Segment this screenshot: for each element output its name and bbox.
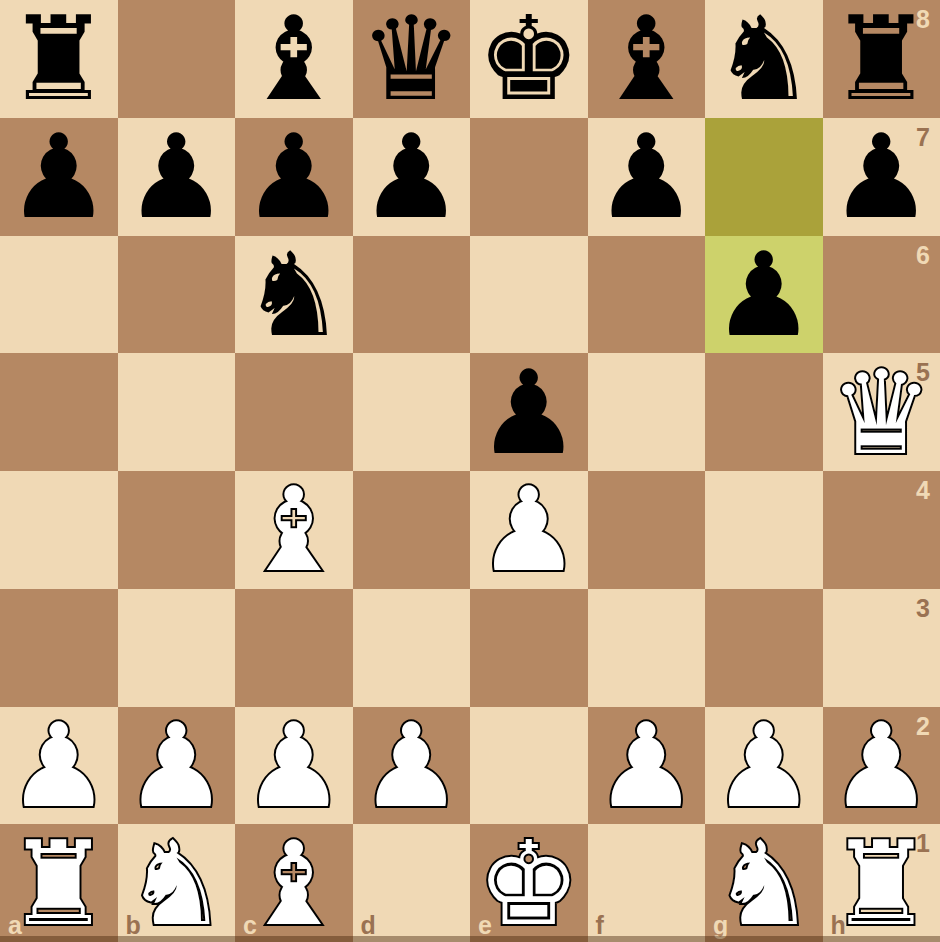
white-king-piece[interactable]: ♚ — [477, 825, 581, 942]
white-bishop-piece[interactable]: ♝ — [242, 825, 346, 942]
square-c6[interactable]: ♞ — [235, 236, 353, 354]
square-e1[interactable]: ♚e — [470, 824, 588, 942]
square-h8[interactable]: ♜8 — [823, 0, 940, 118]
square-a4[interactable] — [0, 471, 118, 589]
square-f5[interactable] — [588, 353, 706, 471]
square-a5[interactable] — [0, 353, 118, 471]
square-h3[interactable]: 3 — [823, 589, 940, 707]
square-a1[interactable]: ♜a — [0, 824, 118, 942]
rank-label-8: 8 — [916, 7, 930, 32]
white-pawn-piece[interactable]: ♟ — [124, 707, 228, 824]
black-knight-piece[interactable]: ♞ — [712, 0, 816, 117]
black-bishop-piece[interactable]: ♝ — [594, 0, 698, 117]
black-king-piece[interactable]: ♚ — [477, 0, 581, 117]
square-h1[interactable]: ♜h1 — [823, 824, 940, 942]
square-g2[interactable]: ♟ — [705, 707, 823, 825]
square-a6[interactable] — [0, 236, 118, 354]
square-h5[interactable]: ♛5 — [823, 353, 940, 471]
square-g5[interactable] — [705, 353, 823, 471]
square-b2[interactable]: ♟ — [118, 707, 236, 825]
square-h7[interactable]: ♟7 — [823, 118, 940, 236]
square-a7[interactable]: ♟ — [0, 118, 118, 236]
square-d5[interactable] — [353, 353, 471, 471]
file-label-a: a — [8, 913, 22, 938]
square-f3[interactable] — [588, 589, 706, 707]
white-pawn-piece[interactable]: ♟ — [594, 707, 698, 824]
square-g7[interactable] — [705, 118, 823, 236]
square-b4[interactable] — [118, 471, 236, 589]
square-f2[interactable]: ♟ — [588, 707, 706, 825]
square-e7[interactable] — [470, 118, 588, 236]
chess-board: ♜♝♛♚♝♞♜8♟♟♟♟♟♟7♞♟6♟♛5♝♟43♟♟♟♟♟♟♟2♜a♞b♝cd… — [0, 0, 940, 942]
square-c7[interactable]: ♟ — [235, 118, 353, 236]
black-pawn-piece[interactable]: ♟ — [7, 118, 111, 235]
square-g3[interactable] — [705, 589, 823, 707]
square-c2[interactable]: ♟ — [235, 707, 353, 825]
black-pawn-piece[interactable]: ♟ — [359, 118, 463, 235]
square-d7[interactable]: ♟ — [353, 118, 471, 236]
rank-label-7: 7 — [916, 125, 930, 150]
square-h6[interactable]: 6 — [823, 236, 940, 354]
file-label-b: b — [126, 913, 141, 938]
file-label-g: g — [713, 913, 728, 938]
square-b5[interactable] — [118, 353, 236, 471]
black-knight-piece[interactable]: ♞ — [242, 236, 346, 353]
square-c4[interactable]: ♝ — [235, 471, 353, 589]
rank-label-6: 6 — [916, 243, 930, 268]
white-pawn-piece[interactable]: ♟ — [7, 707, 111, 824]
square-b7[interactable]: ♟ — [118, 118, 236, 236]
square-a2[interactable]: ♟ — [0, 707, 118, 825]
file-label-f: f — [596, 913, 604, 938]
square-g6[interactable]: ♟ — [705, 236, 823, 354]
square-h2[interactable]: ♟2 — [823, 707, 940, 825]
black-pawn-piece[interactable]: ♟ — [594, 118, 698, 235]
square-f7[interactable]: ♟ — [588, 118, 706, 236]
rank-label-2: 2 — [916, 714, 930, 739]
square-h4[interactable]: 4 — [823, 471, 940, 589]
square-c5[interactable] — [235, 353, 353, 471]
square-f1[interactable]: f — [588, 824, 706, 942]
square-g1[interactable]: ♞g — [705, 824, 823, 942]
square-g4[interactable] — [705, 471, 823, 589]
black-pawn-piece[interactable]: ♟ — [712, 236, 816, 353]
file-label-d: d — [361, 913, 376, 938]
rank-label-5: 5 — [916, 360, 930, 385]
file-label-h: h — [831, 913, 846, 938]
square-e5[interactable]: ♟ — [470, 353, 588, 471]
rank-label-3: 3 — [916, 596, 930, 621]
square-d4[interactable] — [353, 471, 471, 589]
square-d1[interactable]: d — [353, 824, 471, 942]
square-f8[interactable]: ♝ — [588, 0, 706, 118]
white-pawn-piece[interactable]: ♟ — [242, 707, 346, 824]
square-b1[interactable]: ♞b — [118, 824, 236, 942]
file-label-e: e — [478, 913, 492, 938]
square-d3[interactable] — [353, 589, 471, 707]
square-g8[interactable]: ♞ — [705, 0, 823, 118]
white-bishop-piece[interactable]: ♝ — [242, 471, 346, 588]
black-pawn-piece[interactable]: ♟ — [124, 118, 228, 235]
black-rook-piece[interactable]: ♜ — [7, 0, 111, 117]
square-a3[interactable] — [0, 589, 118, 707]
square-d2[interactable]: ♟ — [353, 707, 471, 825]
black-bishop-piece[interactable]: ♝ — [242, 0, 346, 117]
rank-label-1: 1 — [916, 831, 930, 856]
square-b6[interactable] — [118, 236, 236, 354]
white-rook-piece[interactable]: ♜ — [7, 825, 111, 942]
square-e4[interactable]: ♟ — [470, 471, 588, 589]
black-queen-piece[interactable]: ♛ — [359, 0, 463, 117]
square-c1[interactable]: ♝c — [235, 824, 353, 942]
square-b8[interactable] — [118, 0, 236, 118]
square-e3[interactable] — [470, 589, 588, 707]
black-pawn-piece[interactable]: ♟ — [242, 118, 346, 235]
square-f4[interactable] — [588, 471, 706, 589]
square-d8[interactable]: ♛ — [353, 0, 471, 118]
square-b3[interactable] — [118, 589, 236, 707]
black-pawn-piece[interactable]: ♟ — [477, 354, 581, 471]
square-d6[interactable] — [353, 236, 471, 354]
white-pawn-piece[interactable]: ♟ — [359, 707, 463, 824]
rank-label-4: 4 — [916, 478, 930, 503]
square-c3[interactable] — [235, 589, 353, 707]
file-label-c: c — [243, 913, 257, 938]
square-f6[interactable] — [588, 236, 706, 354]
square-e6[interactable] — [470, 236, 588, 354]
square-a8[interactable]: ♜ — [0, 0, 118, 118]
square-e2[interactable] — [470, 707, 588, 825]
white-pawn-piece[interactable]: ♟ — [712, 707, 816, 824]
square-c8[interactable]: ♝ — [235, 0, 353, 118]
white-pawn-piece[interactable]: ♟ — [477, 471, 581, 588]
square-e8[interactable]: ♚ — [470, 0, 588, 118]
